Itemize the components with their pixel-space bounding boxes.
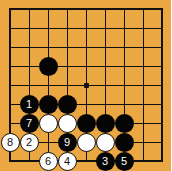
stone-black bbox=[39, 95, 58, 114]
intersection-3-6 bbox=[58, 114, 77, 133]
stone-white bbox=[77, 133, 96, 152]
stone-black bbox=[96, 114, 115, 133]
stone-white bbox=[39, 114, 58, 133]
stone-black-move-3: 3 bbox=[96, 152, 115, 171]
intersection-4-6 bbox=[77, 114, 96, 133]
intersection-0-7: 8 bbox=[1, 133, 20, 152]
intersection-6-7 bbox=[115, 133, 134, 152]
stone-white bbox=[96, 133, 115, 152]
move-number-label: 4 bbox=[64, 152, 70, 171]
stone-black-move-5: 5 bbox=[115, 152, 134, 171]
stone-white-move-8: 8 bbox=[1, 133, 20, 152]
intersection-1-5: 1 bbox=[20, 95, 39, 114]
stone-black-move-7: 7 bbox=[20, 114, 39, 133]
stone-black-move-1: 1 bbox=[20, 95, 39, 114]
stone-black bbox=[115, 114, 134, 133]
go-diagram: 178296435 bbox=[0, 0, 171, 171]
move-number-label: 5 bbox=[121, 152, 127, 171]
move-number-label: 1 bbox=[26, 95, 32, 114]
intersection-5-6 bbox=[96, 114, 115, 133]
intersection-6-8: 5 bbox=[115, 152, 134, 171]
move-number-label: 6 bbox=[45, 152, 51, 171]
intersection-5-7 bbox=[96, 133, 115, 152]
go-board[interactable]: 178296435 bbox=[1, 0, 172, 171]
intersection-2-8: 6 bbox=[39, 152, 58, 171]
intersection-2-5 bbox=[39, 95, 58, 114]
stone-black bbox=[77, 114, 96, 133]
intersection-5-8: 3 bbox=[96, 152, 115, 171]
intersection-3-8: 4 bbox=[58, 152, 77, 171]
intersection-2-3 bbox=[39, 57, 58, 76]
stone-black bbox=[115, 133, 134, 152]
stone-black bbox=[39, 57, 58, 76]
move-number-label: 2 bbox=[26, 133, 32, 152]
stone-white-move-2: 2 bbox=[20, 133, 39, 152]
move-number-label: 7 bbox=[26, 114, 32, 133]
stone-white bbox=[58, 114, 77, 133]
move-number-label: 3 bbox=[102, 152, 108, 171]
intersection-2-6 bbox=[39, 114, 58, 133]
stone-white-move-4: 4 bbox=[58, 152, 77, 171]
stone-black bbox=[58, 95, 77, 114]
move-number-label: 9 bbox=[64, 133, 70, 152]
intersection-4-7 bbox=[77, 133, 96, 152]
intersection-3-7: 9 bbox=[58, 133, 77, 152]
intersection-6-6 bbox=[115, 114, 134, 133]
stone-black-move-9: 9 bbox=[58, 133, 77, 152]
intersection-3-5 bbox=[58, 95, 77, 114]
move-number-label: 8 bbox=[7, 133, 13, 152]
intersection-1-6: 7 bbox=[20, 114, 39, 133]
stone-white-move-6: 6 bbox=[39, 152, 58, 171]
intersection-1-7: 2 bbox=[20, 133, 39, 152]
